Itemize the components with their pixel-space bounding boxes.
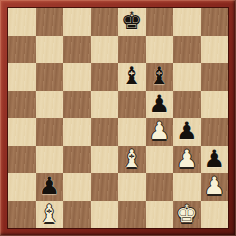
square-a4[interactable]: [8, 118, 36, 146]
square-d1[interactable]: [91, 201, 119, 229]
square-a1[interactable]: [8, 201, 36, 229]
square-c5[interactable]: [63, 91, 91, 119]
square-c1[interactable]: [63, 201, 91, 229]
square-h7[interactable]: [201, 36, 229, 64]
square-d5[interactable]: [91, 91, 119, 119]
square-h8[interactable]: [201, 8, 229, 36]
square-g7[interactable]: [173, 36, 201, 64]
square-b2[interactable]: ♟: [36, 173, 64, 201]
square-d7[interactable]: [91, 36, 119, 64]
black-bishop-f6[interactable]: ♝: [146, 63, 174, 91]
square-g6[interactable]: [173, 63, 201, 91]
white-bishop-e3[interactable]: ♝: [118, 146, 146, 174]
square-h4[interactable]: [201, 118, 229, 146]
black-pawn-h3[interactable]: ♟: [201, 146, 229, 174]
square-f3[interactable]: [146, 146, 174, 174]
white-king-g1[interactable]: ♚: [173, 201, 201, 229]
square-c6[interactable]: [63, 63, 91, 91]
white-pawn-h2[interactable]: ♟: [201, 173, 229, 201]
square-d6[interactable]: [91, 63, 119, 91]
square-h1[interactable]: [201, 201, 229, 229]
square-e8[interactable]: ♚: [118, 8, 146, 36]
square-a7[interactable]: [8, 36, 36, 64]
square-b3[interactable]: [36, 146, 64, 174]
square-f6[interactable]: ♝: [146, 63, 174, 91]
square-d3[interactable]: [91, 146, 119, 174]
square-f2[interactable]: [146, 173, 174, 201]
square-b8[interactable]: [36, 8, 64, 36]
white-pawn-g3[interactable]: ♟: [173, 146, 201, 174]
square-g1[interactable]: ♚: [173, 201, 201, 229]
square-a2[interactable]: [8, 173, 36, 201]
square-a6[interactable]: [8, 63, 36, 91]
square-f8[interactable]: [146, 8, 174, 36]
square-a8[interactable]: [8, 8, 36, 36]
board-frame: ♚♝♝♟♟♟♝♟♟♟♟♝♚: [0, 0, 236, 236]
square-e4[interactable]: [118, 118, 146, 146]
white-pawn-f4[interactable]: ♟: [146, 118, 174, 146]
square-a3[interactable]: [8, 146, 36, 174]
square-h6[interactable]: [201, 63, 229, 91]
square-e2[interactable]: [118, 173, 146, 201]
square-c2[interactable]: [63, 173, 91, 201]
square-e7[interactable]: [118, 36, 146, 64]
square-d4[interactable]: [91, 118, 119, 146]
square-f5[interactable]: ♟: [146, 91, 174, 119]
square-c4[interactable]: [63, 118, 91, 146]
black-pawn-f5[interactable]: ♟: [146, 91, 174, 119]
square-c7[interactable]: [63, 36, 91, 64]
square-e3[interactable]: ♝: [118, 146, 146, 174]
square-h5[interactable]: [201, 91, 229, 119]
square-g4[interactable]: ♟: [173, 118, 201, 146]
square-f1[interactable]: [146, 201, 174, 229]
square-b7[interactable]: [36, 36, 64, 64]
square-b6[interactable]: [36, 63, 64, 91]
square-e1[interactable]: [118, 201, 146, 229]
black-pawn-g4[interactable]: ♟: [173, 118, 201, 146]
black-king-e8[interactable]: ♚: [118, 8, 146, 36]
square-e5[interactable]: [118, 91, 146, 119]
black-bishop-e6[interactable]: ♝: [118, 63, 146, 91]
white-bishop-b1[interactable]: ♝: [36, 201, 64, 229]
square-f4[interactable]: ♟: [146, 118, 174, 146]
square-a5[interactable]: [8, 91, 36, 119]
square-c3[interactable]: [63, 146, 91, 174]
square-d2[interactable]: [91, 173, 119, 201]
square-h2[interactable]: ♟: [201, 173, 229, 201]
square-b1[interactable]: ♝: [36, 201, 64, 229]
square-g5[interactable]: [173, 91, 201, 119]
black-pawn-b2[interactable]: ♟: [36, 173, 64, 201]
square-g3[interactable]: ♟: [173, 146, 201, 174]
square-b4[interactable]: [36, 118, 64, 146]
square-b5[interactable]: [36, 91, 64, 119]
square-g2[interactable]: [173, 173, 201, 201]
square-f7[interactable]: [146, 36, 174, 64]
square-c8[interactable]: [63, 8, 91, 36]
square-g8[interactable]: [173, 8, 201, 36]
square-d8[interactable]: [91, 8, 119, 36]
chess-board: ♚♝♝♟♟♟♝♟♟♟♟♝♚: [8, 8, 228, 228]
square-e6[interactable]: ♝: [118, 63, 146, 91]
square-h3[interactable]: ♟: [201, 146, 229, 174]
